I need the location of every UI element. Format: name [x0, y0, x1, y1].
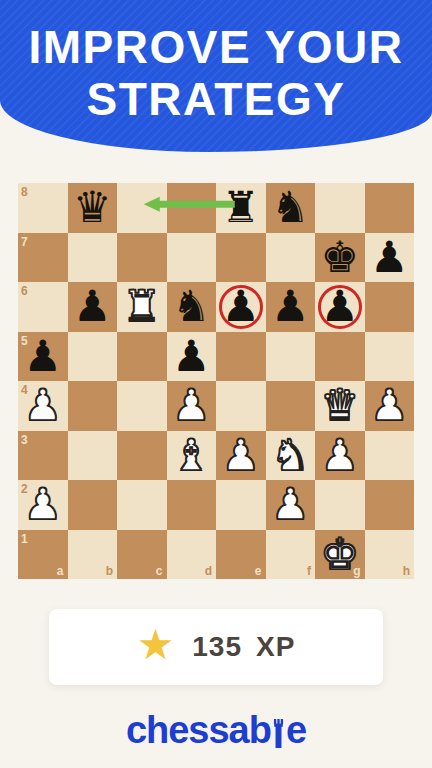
square-a4[interactable]: 4♟	[18, 381, 68, 431]
square-h2[interactable]	[365, 480, 415, 530]
square-g1[interactable]: g♚	[315, 530, 365, 580]
file-label-h: h	[403, 564, 410, 578]
file-label-e: e	[255, 564, 262, 578]
square-e7[interactable]	[216, 233, 266, 283]
white-pawn-f2: ♟	[266, 480, 316, 530]
square-g8[interactable]	[315, 183, 365, 233]
black-rook-e8: ♜	[216, 183, 266, 233]
white-pawn-h4: ♟	[365, 381, 415, 431]
banner: IMPROVE YOUR STRATEGY	[0, 0, 432, 152]
square-h8[interactable]	[365, 183, 415, 233]
rank-label-4: 4	[21, 383, 28, 397]
chess-board: 8♛♜♞7♚♟6♟♜♞♟♟♟5♟♟4♟♟♛♟3♝♟♞♟2♟♟1abcdefg♚h	[18, 183, 414, 579]
chessable-logo: chessab e	[0, 711, 432, 749]
square-g4[interactable]: ♛	[315, 381, 365, 431]
square-h4[interactable]: ♟	[365, 381, 415, 431]
square-d3[interactable]: ♝	[167, 431, 217, 481]
square-f7[interactable]	[266, 233, 316, 283]
rank-label-2: 2	[21, 482, 28, 496]
white-pawn-g3: ♟	[315, 431, 365, 481]
square-a3[interactable]: 3	[18, 431, 68, 481]
white-pawn-e3: ♟	[216, 431, 266, 481]
square-c1[interactable]: c	[117, 530, 167, 580]
square-h1[interactable]: h	[365, 530, 415, 580]
square-e5[interactable]	[216, 332, 266, 382]
square-d2[interactable]	[167, 480, 217, 530]
square-a7[interactable]: 7	[18, 233, 68, 283]
square-c4[interactable]	[117, 381, 167, 431]
square-g5[interactable]	[315, 332, 365, 382]
square-b3[interactable]	[68, 431, 118, 481]
square-g2[interactable]	[315, 480, 365, 530]
white-bishop-d3: ♝	[167, 431, 217, 481]
square-d4[interactable]: ♟	[167, 381, 217, 431]
board-wrap: 8♛♜♞7♚♟6♟♜♞♟♟♟5♟♟4♟♟♛♟3♝♟♞♟2♟♟1abcdefg♚h	[18, 183, 414, 579]
square-b4[interactable]	[68, 381, 118, 431]
square-e1[interactable]: e	[216, 530, 266, 580]
square-g7[interactable]: ♚	[315, 233, 365, 283]
file-label-g: g	[353, 564, 360, 578]
black-pawn-g6: ♟	[315, 282, 365, 332]
file-label-d: d	[205, 564, 212, 578]
black-pawn-e6: ♟	[216, 282, 266, 332]
xp-value: 135	[192, 631, 242, 663]
star-icon: ★	[137, 624, 175, 666]
banner-line-2: STRATEGY	[0, 74, 432, 126]
xp-card: ★ 135 XP	[49, 609, 383, 685]
square-c5[interactable]	[117, 332, 167, 382]
xp-unit-label: XP	[256, 631, 295, 663]
square-a5[interactable]: 5♟	[18, 332, 68, 382]
file-label-c: c	[156, 564, 163, 578]
white-pawn-d4: ♟	[167, 381, 217, 431]
highlight-circle-g6	[318, 285, 363, 330]
square-b5[interactable]	[68, 332, 118, 382]
black-pawn-h7: ♟	[365, 233, 415, 283]
square-c7[interactable]	[117, 233, 167, 283]
square-f3[interactable]: ♞	[266, 431, 316, 481]
square-b8[interactable]: ♛	[68, 183, 118, 233]
rank-label-5: 5	[21, 334, 28, 348]
square-f6[interactable]: ♟	[266, 282, 316, 332]
square-d5[interactable]: ♟	[167, 332, 217, 382]
black-pawn-f6: ♟	[266, 282, 316, 332]
rank-label-6: 6	[21, 284, 28, 298]
file-label-f: f	[307, 564, 311, 578]
logo-text-left: chessab	[126, 711, 271, 749]
black-pawn-a5: ♟	[18, 332, 68, 382]
square-f4[interactable]	[266, 381, 316, 431]
square-a1[interactable]: 1a	[18, 530, 68, 580]
square-e8[interactable]: ♜	[216, 183, 266, 233]
square-d1[interactable]: d	[167, 530, 217, 580]
square-c2[interactable]	[117, 480, 167, 530]
square-c6[interactable]: ♜	[117, 282, 167, 332]
white-queen-g4: ♛	[315, 381, 365, 431]
square-h5[interactable]	[365, 332, 415, 382]
white-knight-f3: ♞	[266, 431, 316, 481]
square-e2[interactable]	[216, 480, 266, 530]
square-e4[interactable]	[216, 381, 266, 431]
square-g6[interactable]: ♟	[315, 282, 365, 332]
black-pawn-b6: ♟	[68, 282, 118, 332]
square-f2[interactable]: ♟	[266, 480, 316, 530]
file-label-b: b	[106, 564, 113, 578]
square-b6[interactable]: ♟	[68, 282, 118, 332]
square-d6[interactable]: ♞	[167, 282, 217, 332]
square-b7[interactable]	[68, 233, 118, 283]
rank-label-8: 8	[21, 185, 28, 199]
black-knight-f8: ♞	[266, 183, 316, 233]
square-d8[interactable]	[167, 183, 217, 233]
rank-label-7: 7	[21, 235, 28, 249]
square-h3[interactable]	[365, 431, 415, 481]
square-f5[interactable]	[266, 332, 316, 382]
highlight-circle-e6	[219, 285, 264, 330]
rank-label-3: 3	[21, 433, 28, 447]
square-b1[interactable]: b	[68, 530, 118, 580]
file-label-a: a	[57, 564, 64, 578]
black-knight-d6: ♞	[167, 282, 217, 332]
black-queen-b8: ♛	[68, 183, 118, 233]
square-e3[interactable]: ♟	[216, 431, 266, 481]
square-h6[interactable]	[365, 282, 415, 332]
white-pawn-a2: ♟	[18, 480, 68, 530]
square-c3[interactable]	[117, 431, 167, 481]
black-king-g7: ♚	[315, 233, 365, 283]
square-g3[interactable]: ♟	[315, 431, 365, 481]
white-pawn-a4: ♟	[18, 381, 68, 431]
square-a6[interactable]: 6	[18, 282, 68, 332]
square-h7[interactable]: ♟	[365, 233, 415, 283]
square-f8[interactable]: ♞	[266, 183, 316, 233]
square-f1[interactable]: f	[266, 530, 316, 580]
square-a2[interactable]: 2♟	[18, 480, 68, 530]
banner-title: IMPROVE YOUR STRATEGY	[0, 0, 432, 125]
square-b2[interactable]	[68, 480, 118, 530]
square-e6[interactable]: ♟	[216, 282, 266, 332]
black-pawn-d5: ♟	[167, 332, 217, 382]
square-a8[interactable]: 8	[18, 183, 68, 233]
rook-letter-icon	[273, 719, 284, 748]
white-king-g1: ♚	[315, 530, 365, 580]
logo-text-right: e	[286, 711, 306, 749]
square-d7[interactable]	[167, 233, 217, 283]
white-rook-c6: ♜	[117, 282, 167, 332]
rank-label-1: 1	[21, 532, 28, 546]
banner-line-1: IMPROVE YOUR	[0, 22, 432, 74]
square-c8[interactable]	[117, 183, 167, 233]
